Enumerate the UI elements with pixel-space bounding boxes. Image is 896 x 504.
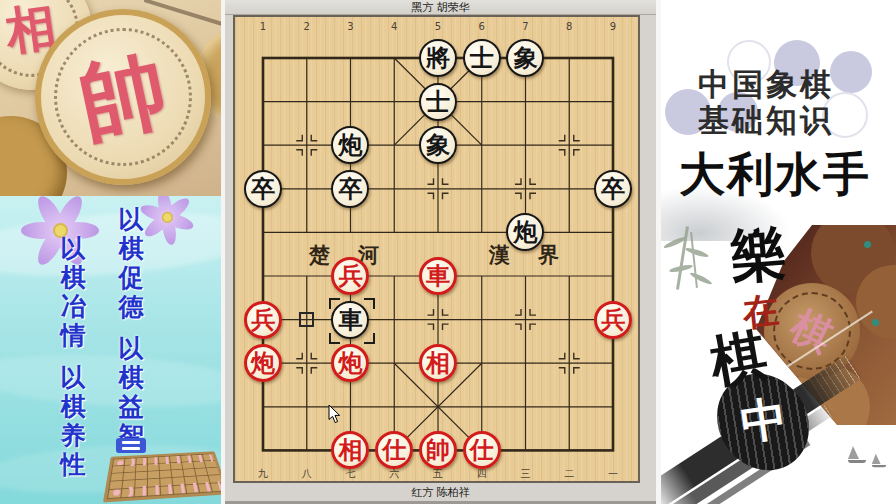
red-player-bar: 红方 陈柏祥 [225, 483, 656, 501]
dot-decoration [872, 319, 879, 326]
info-panel: 中国象棋 基础知识 大利水手 棋 樂 在 棋 中 [661, 0, 896, 504]
piece-red-shi[interactable]: 仕 [375, 431, 413, 469]
piece-black-shi[interactable]: 士 [419, 83, 457, 121]
piece-red-bing[interactable]: 兵 [244, 301, 282, 339]
slogan-panel: 以棋促德 以棋益智 以棋冶情 以棋养性 [0, 196, 221, 504]
mini-board-pieces [114, 454, 213, 467]
calligraphy-char: 中 [737, 387, 791, 455]
file-label: 5 [429, 21, 447, 32]
file-label: 7 [517, 21, 535, 32]
piece-black-ju[interactable]: 車 [331, 301, 369, 339]
piece-black-zu[interactable]: 卒 [594, 170, 632, 208]
dot-decoration [864, 241, 871, 248]
file-label: 4 [385, 21, 403, 32]
slogan-text: 以棋冶情 [58, 234, 88, 350]
xiangqi-app-window: 黑方 胡荣华 123456789 九八七六五四三二一 楚河 漢界 將士象士炮象卒… [221, 0, 661, 504]
piece-black-xiang[interactable]: 象 [419, 126, 457, 164]
piece-red-xiang[interactable]: 相 [331, 431, 369, 469]
xiangqi-board[interactable]: 123456789 九八七六五四三二一 楚河 漢界 將士象士炮象卒卒卒炮兵車兵車… [233, 15, 640, 483]
screenshot-root: 相 帥 以棋促德 [0, 0, 896, 504]
piece-red-xiang[interactable]: 相 [419, 344, 457, 382]
photo-piece-shuai-char: 帥 [26, 0, 221, 194]
file-label: 3 [342, 21, 360, 32]
piece-red-bing[interactable]: 兵 [331, 257, 369, 295]
last-move-from-marker [299, 312, 314, 327]
black-player-label: 黑方 胡荣华 [411, 0, 470, 15]
wood-piece-char: 棋 [782, 298, 842, 365]
piece-black-xiang[interactable]: 象 [506, 39, 544, 77]
black-player-bar: 黑方 胡荣华 [225, 0, 656, 15]
piece-black-zu[interactable]: 卒 [331, 170, 369, 208]
file-label: 6 [473, 21, 491, 32]
equals-icon [116, 438, 146, 453]
file-label: 2 [298, 21, 316, 32]
file-label: 1 [254, 21, 272, 32]
lotus-flower-icon [141, 201, 194, 233]
piece-red-pao[interactable]: 炮 [244, 344, 282, 382]
wave-decoration [0, 349, 221, 414]
slogan-text: 以棋养性 [58, 363, 88, 479]
slogan-column-right: 以棋促德 以棋益智 [116, 205, 146, 463]
piece-red-ju[interactable]: 車 [419, 257, 457, 295]
mini-board-pieces [109, 481, 221, 498]
file-label: 9 [604, 21, 622, 32]
photo-piece-shuai: 帥 [35, 9, 211, 185]
piece-red-bing[interactable]: 兵 [594, 301, 632, 339]
piece-black-zu[interactable]: 卒 [244, 170, 282, 208]
xiangqi-pieces-photo: 相 帥 [0, 0, 221, 196]
left-panel: 相 帥 以棋促德 [0, 0, 221, 504]
piece-black-pao[interactable]: 炮 [506, 213, 544, 251]
pieces-layer: 將士象士炮象卒卒卒炮兵車兵車兵炮炮相相仕帥仕 [241, 36, 635, 472]
piece-red-shi[interactable]: 仕 [463, 431, 501, 469]
file-label: 8 [560, 21, 578, 32]
slogan-column-left: 以棋冶情 以棋养性 [58, 234, 88, 492]
piece-red-shuai[interactable]: 帥 [419, 431, 457, 469]
mini-board-image [103, 451, 221, 502]
piece-black-jiang[interactable]: 將 [419, 39, 457, 77]
slogan-text: 以棋促德 [116, 205, 146, 321]
calligraphy-char: 樂 [728, 216, 789, 296]
sailboat-icon [846, 438, 894, 480]
piece-black-shi[interactable]: 士 [463, 39, 501, 77]
piece-red-pao[interactable]: 炮 [331, 344, 369, 382]
mouse-cursor-icon [328, 405, 342, 425]
bamboo-icon [663, 226, 718, 298]
red-player-label: 红方 陈柏祥 [411, 485, 470, 500]
panel-title-line2: 基础知识 [681, 100, 851, 142]
slogan-text: 以棋益智 [116, 334, 146, 450]
piece-black-pao[interactable]: 炮 [331, 126, 369, 164]
